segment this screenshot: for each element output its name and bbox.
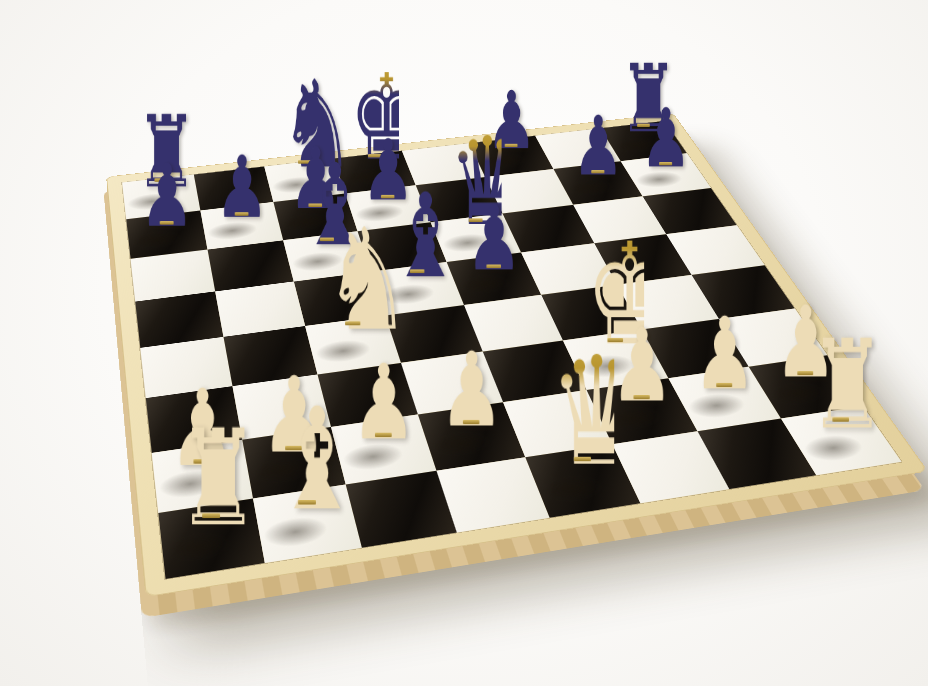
- pawn-icon: ♟: [573, 106, 623, 188]
- square-a1[interactable]: ♜: [158, 499, 265, 579]
- board-frame: ♜♞♚♟♜♟♟♟♟♟♟♝♛♝♟♞♚♟♟♟♟♟♟♟♜♝♛♜: [106, 113, 928, 597]
- pawn-icon: ♟: [693, 305, 754, 405]
- knight-icon: ♞: [323, 210, 381, 351]
- pawn-icon: ♟: [466, 194, 521, 284]
- square-b6[interactable]: [208, 240, 294, 291]
- bishop-icon: ♝: [273, 389, 340, 530]
- photo-scene: ♜♞♚♟♜♟♟♟♟♟♟♝♛♝♟♞♚♟♟♟♟♟♟♟♜♝♛♜: [0, 0, 928, 686]
- pawn-icon: ♟: [140, 154, 192, 240]
- square-b5[interactable]: [215, 281, 305, 336]
- pawn-icon: ♟: [439, 340, 502, 443]
- square-b1[interactable]: ♝: [253, 485, 362, 564]
- pawn-icon: ♟: [215, 145, 267, 230]
- rook-icon: ♜: [177, 412, 245, 545]
- board-squares: ♜♞♚♟♜♟♟♟♟♟♟♝♛♝♟♞♚♟♟♟♟♟♟♟♜♝♛♜: [122, 121, 901, 579]
- square-b7[interactable]: ♟: [200, 202, 283, 249]
- rook-icon: ♜: [809, 323, 872, 446]
- queen-icon: ♛: [550, 337, 615, 487]
- pawn-icon: ♟: [641, 98, 690, 179]
